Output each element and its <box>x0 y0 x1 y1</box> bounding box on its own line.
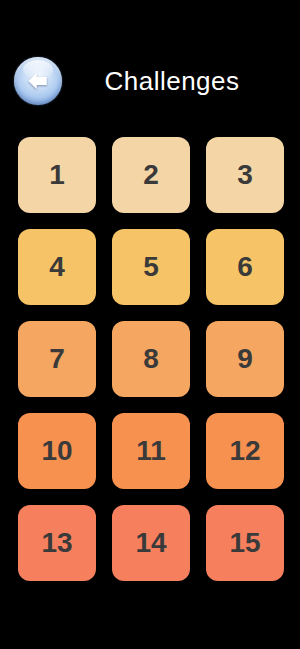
back-arrow-icon <box>24 67 52 95</box>
challenge-tile-2[interactable]: 2 <box>112 137 190 213</box>
challenges-screen: Challenges 1 2 3 4 5 6 7 8 9 10 11 12 13… <box>0 0 300 649</box>
challenge-tile-5[interactable]: 5 <box>112 229 190 305</box>
challenge-tile-13[interactable]: 13 <box>18 505 96 581</box>
challenge-tile-12[interactable]: 12 <box>206 413 284 489</box>
challenge-tile-15[interactable]: 15 <box>206 505 284 581</box>
challenge-tile-10[interactable]: 10 <box>18 413 96 489</box>
challenge-tile-1[interactable]: 1 <box>18 137 96 213</box>
challenge-grid: 1 2 3 4 5 6 7 8 9 10 11 12 13 14 15 <box>18 137 284 581</box>
challenge-tile-9[interactable]: 9 <box>206 321 284 397</box>
challenge-tile-3[interactable]: 3 <box>206 137 284 213</box>
challenge-tile-4[interactable]: 4 <box>18 229 96 305</box>
challenge-tile-8[interactable]: 8 <box>112 321 190 397</box>
challenge-tile-7[interactable]: 7 <box>18 321 96 397</box>
header: Challenges <box>0 0 300 130</box>
challenge-tile-14[interactable]: 14 <box>112 505 190 581</box>
challenge-tile-11[interactable]: 11 <box>112 413 190 489</box>
page-title: Challenges <box>104 66 239 97</box>
back-button[interactable] <box>14 57 62 105</box>
challenge-tile-6[interactable]: 6 <box>206 229 284 305</box>
